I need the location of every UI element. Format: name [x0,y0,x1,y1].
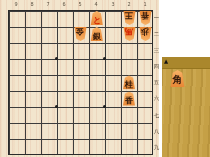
sente-komadai: ▲ 角 [162,57,210,157]
rank-label-1: 一 [154,13,159,23]
file-label-3: 3 [108,2,117,7]
piece-glyph: 桂 [125,79,133,89]
file-coordinates: 9 8 7 6 5 4 3 2 1 [8,0,153,9]
rank-label-4: 四 [154,62,159,72]
shogi-app: 9 8 7 6 5 4 3 2 1 一 二 三 四 五 六 七 八 九 と王香金… [0,0,210,157]
piece-glyph: と [93,15,101,25]
piece-glyph: 銀 [93,31,101,41]
rank-label-5: 五 [154,78,159,88]
piece-glyph: 馬 [125,27,133,37]
rank-label-6: 六 [154,94,159,104]
rank-label-3: 三 [154,45,159,55]
piece-glyph: 香 [141,11,149,21]
shogi-board: 9 8 7 6 5 4 3 2 1 一 二 三 四 五 六 七 八 九 と王香金… [0,0,159,157]
file-label-2: 2 [124,2,133,7]
rank-label-8: 八 [154,126,159,136]
rank-label-2: 二 [154,29,159,39]
hand-piece-bishop[interactable]: 角 [170,70,185,87]
rank-label-9: 九 [154,142,159,152]
piece-glyph: 歩 [141,27,149,37]
piece-glyph: 角 [173,74,183,87]
file-label-8: 8 [28,2,37,7]
rank-label-7: 七 [154,110,159,120]
piece-glyph: 香 [125,95,133,105]
komadai-edge: ▲ [162,57,210,69]
file-label-7: 7 [44,2,53,7]
star-point [55,105,58,108]
sente-marker-icon: ▲ [164,59,168,64]
star-point [55,57,58,60]
piece-glyph: 王 [125,11,133,21]
star-point [103,105,106,108]
star-point [103,57,106,60]
file-label-9: 9 [12,2,21,7]
file-label-4: 4 [92,2,101,7]
file-label-5: 5 [76,2,85,7]
piece-glyph: 金 [77,27,85,37]
file-label-6: 6 [60,2,69,7]
file-label-1: 1 [140,2,149,7]
rank-coordinates: 一 二 三 四 五 六 七 八 九 [152,10,161,155]
